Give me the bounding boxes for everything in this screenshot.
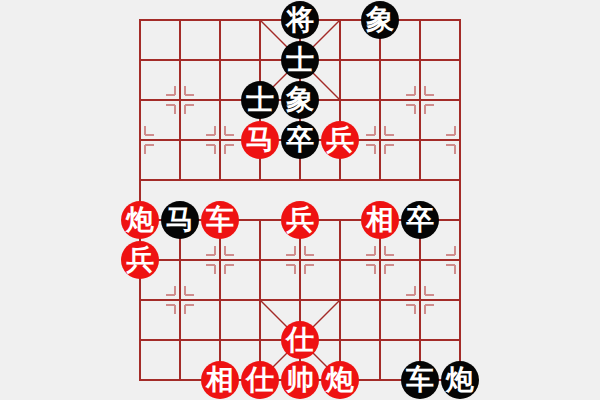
board-point[interactable]: 炮 bbox=[320, 360, 360, 400]
piece-red-elephant[interactable]: 相 bbox=[361, 201, 399, 239]
board-point[interactable] bbox=[280, 280, 320, 320]
board-point[interactable] bbox=[160, 160, 200, 200]
board-point[interactable] bbox=[320, 40, 360, 80]
board-point[interactable] bbox=[360, 240, 400, 280]
board-point[interactable] bbox=[360, 40, 400, 80]
board-point[interactable] bbox=[440, 280, 480, 320]
board-point[interactable] bbox=[320, 0, 360, 40]
piece-black-advisor[interactable]: 士 bbox=[281, 41, 319, 79]
board-point[interactable] bbox=[440, 240, 480, 280]
board-point[interactable] bbox=[360, 160, 400, 200]
board-point[interactable] bbox=[240, 320, 280, 360]
board-point[interactable]: 车 bbox=[400, 360, 440, 400]
piece-red-advisor[interactable]: 仕 bbox=[281, 321, 319, 359]
piece-red-horse[interactable]: 马 bbox=[241, 121, 279, 159]
board-point[interactable] bbox=[160, 240, 200, 280]
board-point[interactable] bbox=[120, 80, 160, 120]
board-point[interactable]: 兵 bbox=[120, 240, 160, 280]
board-point[interactable] bbox=[440, 40, 480, 80]
board-point[interactable] bbox=[120, 320, 160, 360]
board-point[interactable]: 炮 bbox=[120, 200, 160, 240]
piece-black-soldier[interactable]: 卒 bbox=[401, 201, 439, 239]
board-point[interactable] bbox=[160, 360, 200, 400]
board-point[interactable] bbox=[120, 360, 160, 400]
piece-black-cannon[interactable]: 炮 bbox=[441, 361, 479, 399]
board-point[interactable]: 士 bbox=[240, 80, 280, 120]
board-point[interactable] bbox=[440, 120, 480, 160]
board-point[interactable] bbox=[160, 320, 200, 360]
piece-red-cannon[interactable]: 炮 bbox=[321, 361, 359, 399]
board-point[interactable] bbox=[360, 80, 400, 120]
board-point[interactable] bbox=[200, 280, 240, 320]
board-point[interactable] bbox=[400, 40, 440, 80]
board-point[interactable] bbox=[400, 280, 440, 320]
board-point[interactable] bbox=[240, 240, 280, 280]
board-point[interactable]: 相 bbox=[360, 200, 400, 240]
piece-red-soldier[interactable]: 兵 bbox=[321, 121, 359, 159]
piece-black-elephant[interactable]: 象 bbox=[281, 81, 319, 119]
board-point[interactable]: 仕 bbox=[240, 360, 280, 400]
board-point[interactable] bbox=[160, 40, 200, 80]
board-point[interactable] bbox=[360, 360, 400, 400]
board-point[interactable] bbox=[160, 280, 200, 320]
board-point[interactable] bbox=[360, 280, 400, 320]
board-point[interactable] bbox=[120, 0, 160, 40]
board-point[interactable]: 卒 bbox=[400, 200, 440, 240]
board-point[interactable] bbox=[200, 0, 240, 40]
piece-red-chariot[interactable]: 车 bbox=[201, 201, 239, 239]
board-point[interactable] bbox=[120, 160, 160, 200]
board-point[interactable] bbox=[440, 0, 480, 40]
board-point[interactable] bbox=[320, 320, 360, 360]
board-point[interactable]: 象 bbox=[360, 0, 400, 40]
piece-red-cannon[interactable]: 炮 bbox=[121, 201, 159, 239]
board-point[interactable] bbox=[320, 240, 360, 280]
board-point[interactable] bbox=[400, 0, 440, 40]
board-point[interactable] bbox=[440, 320, 480, 360]
board-point[interactable] bbox=[440, 80, 480, 120]
board-point[interactable] bbox=[400, 120, 440, 160]
board-point[interactable] bbox=[240, 160, 280, 200]
piece-red-elephant[interactable]: 相 bbox=[201, 361, 239, 399]
piece-red-general[interactable]: 帅 bbox=[281, 361, 319, 399]
board-point[interactable] bbox=[200, 320, 240, 360]
board-point[interactable] bbox=[400, 160, 440, 200]
xiangqi-board: 将象士士象马卒兵炮马车兵相卒兵仕相仕帅炮车炮 bbox=[0, 0, 600, 400]
piece-black-horse[interactable]: 马 bbox=[161, 201, 199, 239]
board-point[interactable] bbox=[120, 280, 160, 320]
board-point[interactable] bbox=[200, 40, 240, 80]
board-grid: 将象士士象马卒兵炮马车兵相卒兵仕相仕帅炮车炮 bbox=[120, 0, 480, 400]
board-point[interactable]: 相 bbox=[200, 360, 240, 400]
board-point[interactable] bbox=[120, 120, 160, 160]
piece-red-soldier[interactable]: 兵 bbox=[281, 201, 319, 239]
board-point[interactable] bbox=[400, 80, 440, 120]
board-point[interactable]: 象 bbox=[280, 80, 320, 120]
board-point[interactable] bbox=[240, 0, 280, 40]
xiangqi-screenshot: 将象士士象马卒兵炮马车兵相卒兵仕相仕帅炮车炮 bbox=[0, 0, 600, 400]
board-point[interactable]: 马 bbox=[240, 120, 280, 160]
board-point[interactable]: 将 bbox=[280, 0, 320, 40]
piece-red-soldier[interactable]: 兵 bbox=[121, 241, 159, 279]
board-point[interactable] bbox=[440, 160, 480, 200]
board-point[interactable] bbox=[320, 160, 360, 200]
board-point[interactable]: 炮 bbox=[440, 360, 480, 400]
board-point[interactable] bbox=[200, 120, 240, 160]
board-point[interactable]: 卒 bbox=[280, 120, 320, 160]
board-point[interactable]: 仕 bbox=[280, 320, 320, 360]
piece-black-elephant[interactable]: 象 bbox=[361, 1, 399, 39]
board-point[interactable] bbox=[280, 160, 320, 200]
board-point[interactable] bbox=[240, 280, 280, 320]
board-point[interactable] bbox=[400, 240, 440, 280]
piece-black-soldier[interactable]: 卒 bbox=[281, 121, 319, 159]
board-point[interactable]: 兵 bbox=[280, 200, 320, 240]
piece-black-advisor[interactable]: 士 bbox=[241, 81, 279, 119]
piece-black-chariot[interactable]: 车 bbox=[401, 361, 439, 399]
board-point[interactable] bbox=[160, 0, 200, 40]
board-point[interactable] bbox=[440, 200, 480, 240]
board-point[interactable]: 士 bbox=[280, 40, 320, 80]
board-point[interactable] bbox=[360, 120, 400, 160]
board-point[interactable] bbox=[280, 240, 320, 280]
board-point[interactable] bbox=[240, 200, 280, 240]
board-point[interactable]: 车 bbox=[200, 200, 240, 240]
board-point[interactable] bbox=[320, 280, 360, 320]
board-point[interactable] bbox=[320, 80, 360, 120]
board-point[interactable] bbox=[200, 80, 240, 120]
piece-red-advisor[interactable]: 仕 bbox=[241, 361, 279, 399]
board-point[interactable] bbox=[120, 40, 160, 80]
board-point[interactable] bbox=[200, 240, 240, 280]
board-point[interactable] bbox=[360, 320, 400, 360]
board-point[interactable] bbox=[320, 200, 360, 240]
board-point[interactable]: 兵 bbox=[320, 120, 360, 160]
board-point[interactable] bbox=[400, 320, 440, 360]
board-point[interactable] bbox=[160, 120, 200, 160]
board-point[interactable]: 帅 bbox=[280, 360, 320, 400]
board-point[interactable]: 马 bbox=[160, 200, 200, 240]
board-point[interactable] bbox=[240, 40, 280, 80]
piece-black-general[interactable]: 将 bbox=[281, 1, 319, 39]
board-point[interactable] bbox=[160, 80, 200, 120]
board-point[interactable] bbox=[200, 160, 240, 200]
